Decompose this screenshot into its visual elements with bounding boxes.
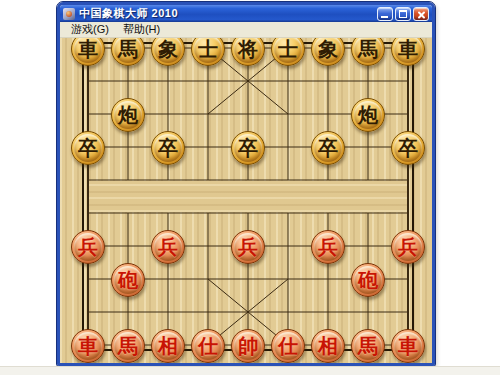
- piece-glyph: 兵: [398, 237, 418, 257]
- piece-black-horse[interactable]: 馬: [111, 38, 145, 66]
- piece-black-elephant[interactable]: 象: [151, 38, 185, 66]
- piece-glyph: 馬: [118, 39, 138, 59]
- menu-game[interactable]: 游戏(G): [64, 21, 116, 38]
- piece-red-cannon[interactable]: 砲: [351, 263, 385, 297]
- piece-black-soldier[interactable]: 卒: [391, 131, 425, 165]
- piece-red-chariot[interactable]: 車: [71, 329, 105, 363]
- piece-glyph: 馬: [358, 336, 378, 356]
- piece-glyph: 兵: [78, 237, 98, 257]
- piece-red-soldier[interactable]: 兵: [311, 230, 345, 264]
- piece-glyph: 車: [78, 39, 98, 59]
- piece-glyph: 相: [318, 336, 338, 356]
- piece-red-advisor[interactable]: 仕: [271, 329, 305, 363]
- piece-black-horse[interactable]: 馬: [351, 38, 385, 66]
- piece-glyph: 卒: [398, 138, 418, 158]
- piece-black-elephant[interactable]: 象: [311, 38, 345, 66]
- piece-red-horse[interactable]: 馬: [351, 329, 385, 363]
- piece-glyph: 炮: [118, 105, 138, 125]
- title-bar[interactable]: 中国象棋大师 2010: [60, 5, 432, 22]
- piece-glyph: 象: [318, 39, 338, 59]
- piece-black-general[interactable]: 将: [231, 38, 265, 66]
- app-window: 中国象棋大师 2010 游戏(G) 帮助(H): [57, 2, 435, 366]
- piece-glyph: 車: [78, 336, 98, 356]
- piece-red-elephant[interactable]: 相: [151, 329, 185, 363]
- piece-black-chariot[interactable]: 車: [71, 38, 105, 66]
- piece-red-chariot[interactable]: 車: [391, 329, 425, 363]
- piece-glyph: 車: [398, 336, 418, 356]
- piece-red-advisor[interactable]: 仕: [191, 329, 225, 363]
- piece-glyph: 卒: [158, 138, 178, 158]
- piece-glyph: 馬: [358, 39, 378, 59]
- piece-black-advisor[interactable]: 士: [191, 38, 225, 66]
- window-title: 中国象棋大师 2010: [79, 6, 377, 21]
- piece-black-cannon[interactable]: 炮: [111, 98, 145, 132]
- piece-red-soldier[interactable]: 兵: [231, 230, 265, 264]
- piece-black-advisor[interactable]: 士: [271, 38, 305, 66]
- piece-red-elephant[interactable]: 相: [311, 329, 345, 363]
- piece-glyph: 仕: [278, 336, 298, 356]
- piece-red-soldier[interactable]: 兵: [71, 230, 105, 264]
- piece-glyph: 仕: [198, 336, 218, 356]
- piece-red-cannon[interactable]: 砲: [111, 263, 145, 297]
- app-icon: [63, 8, 75, 20]
- maximize-icon: [399, 10, 407, 18]
- piece-layer: 車馬象士将士象馬車炮炮卒卒卒卒卒兵兵兵兵兵砲砲車馬相仕帥仕相馬車: [68, 38, 428, 362]
- piece-glyph: 士: [198, 39, 218, 59]
- piece-glyph: 砲: [358, 270, 378, 290]
- piece-black-soldier[interactable]: 卒: [311, 131, 345, 165]
- menu-bar: 游戏(G) 帮助(H): [60, 22, 432, 38]
- piece-glyph: 卒: [318, 138, 338, 158]
- piece-glyph: 兵: [318, 237, 338, 257]
- piece-glyph: 象: [158, 39, 178, 59]
- piece-red-horse[interactable]: 馬: [111, 329, 145, 363]
- desktop-strip: [0, 366, 500, 375]
- piece-glyph: 兵: [158, 237, 178, 257]
- close-button[interactable]: [413, 7, 429, 21]
- xiangqi-board[interactable]: 車馬象士将士象馬車炮炮卒卒卒卒卒兵兵兵兵兵砲砲車馬相仕帥仕相馬車: [60, 38, 432, 363]
- piece-black-chariot[interactable]: 車: [391, 38, 425, 66]
- piece-black-cannon[interactable]: 炮: [351, 98, 385, 132]
- window-controls: [377, 7, 429, 21]
- piece-red-soldier[interactable]: 兵: [391, 230, 425, 264]
- piece-glyph: 卒: [238, 138, 258, 158]
- piece-glyph: 炮: [358, 105, 378, 125]
- piece-black-soldier[interactable]: 卒: [71, 131, 105, 165]
- piece-glyph: 車: [398, 39, 418, 59]
- menu-help[interactable]: 帮助(H): [116, 21, 167, 38]
- piece-black-soldier[interactable]: 卒: [151, 131, 185, 165]
- piece-red-soldier[interactable]: 兵: [151, 230, 185, 264]
- piece-glyph: 士: [278, 39, 298, 59]
- piece-glyph: 卒: [78, 138, 98, 158]
- piece-glyph: 将: [238, 39, 258, 59]
- minimize-icon: [381, 16, 388, 18]
- piece-black-soldier[interactable]: 卒: [231, 131, 265, 165]
- piece-glyph: 馬: [118, 336, 138, 356]
- piece-glyph: 兵: [238, 237, 258, 257]
- piece-glyph: 帥: [238, 336, 258, 356]
- piece-glyph: 相: [158, 336, 178, 356]
- minimize-button[interactable]: [377, 7, 393, 21]
- maximize-button[interactable]: [395, 7, 411, 21]
- piece-glyph: 砲: [118, 270, 138, 290]
- piece-red-general[interactable]: 帥: [231, 329, 265, 363]
